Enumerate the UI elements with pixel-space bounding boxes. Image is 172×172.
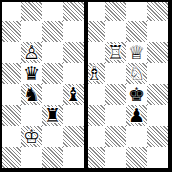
white-knight[interactable]: ♘: [128, 63, 145, 84]
square-c3[interactable]: ♜: [42, 105, 63, 126]
square-a2[interactable]: [0, 126, 21, 147]
square-g7[interactable]: [126, 21, 147, 42]
square-d6[interactable]: [63, 42, 84, 63]
square-c1[interactable]: [42, 147, 63, 168]
square-a8[interactable]: [0, 0, 21, 21]
square-b6[interactable]: ♙: [21, 42, 42, 63]
black-knight[interactable]: ♞: [23, 84, 40, 105]
black-king[interactable]: ♚: [128, 84, 145, 105]
chess-board-diagram: ♙♖♕♛♗♘♞♝♚♜♟♔: [0, 0, 172, 172]
square-b7[interactable]: [21, 21, 42, 42]
board-frame-bottom: [0, 168, 172, 172]
black-bishop[interactable]: ♝: [65, 84, 82, 105]
white-bishop[interactable]: ♗: [86, 63, 103, 84]
black-queen[interactable]: ♛: [23, 63, 40, 84]
square-b4[interactable]: ♞: [21, 84, 42, 105]
white-rook[interactable]: ♖: [107, 42, 124, 63]
square-h3[interactable]: [147, 105, 168, 126]
black-pawn[interactable]: ♟: [128, 105, 145, 126]
square-a1[interactable]: [0, 147, 21, 168]
square-h8[interactable]: [147, 0, 168, 21]
square-a6[interactable]: [0, 42, 21, 63]
square-h6[interactable]: [147, 42, 168, 63]
square-h5[interactable]: [147, 63, 168, 84]
square-a4[interactable]: [0, 84, 21, 105]
square-c4[interactable]: [42, 84, 63, 105]
square-c7[interactable]: [42, 21, 63, 42]
square-g2[interactable]: [126, 126, 147, 147]
square-c2[interactable]: [42, 126, 63, 147]
square-d2[interactable]: [63, 126, 84, 147]
square-g6[interactable]: ♕: [126, 42, 147, 63]
square-b2[interactable]: ♔: [21, 126, 42, 147]
white-king[interactable]: ♔: [23, 126, 40, 147]
black-rook[interactable]: ♜: [44, 105, 61, 126]
square-b3[interactable]: [21, 105, 42, 126]
square-f7[interactable]: [105, 21, 126, 42]
square-c6[interactable]: [42, 42, 63, 63]
square-g8[interactable]: [126, 0, 147, 21]
square-a7[interactable]: [0, 21, 21, 42]
square-f1[interactable]: [105, 147, 126, 168]
square-f3[interactable]: [105, 105, 126, 126]
square-f6[interactable]: ♖: [105, 42, 126, 63]
square-d1[interactable]: [63, 147, 84, 168]
square-c8[interactable]: [42, 0, 63, 21]
square-d5[interactable]: [63, 63, 84, 84]
square-g5[interactable]: ♘: [126, 63, 147, 84]
square-d4[interactable]: ♝: [63, 84, 84, 105]
square-b1[interactable]: [21, 147, 42, 168]
square-f4[interactable]: [105, 84, 126, 105]
square-f8[interactable]: [105, 0, 126, 21]
white-queen[interactable]: ♕: [128, 42, 145, 63]
square-b8[interactable]: [21, 0, 42, 21]
square-d7[interactable]: [63, 21, 84, 42]
square-g1[interactable]: [126, 147, 147, 168]
square-h1[interactable]: [147, 147, 168, 168]
square-b5[interactable]: ♛: [21, 63, 42, 84]
square-h2[interactable]: [147, 126, 168, 147]
square-c5[interactable]: [42, 63, 63, 84]
square-g3[interactable]: ♟: [126, 105, 147, 126]
square-f5[interactable]: [105, 63, 126, 84]
white-pawn[interactable]: ♙: [23, 42, 40, 63]
square-d3[interactable]: [63, 105, 84, 126]
square-h7[interactable]: [147, 21, 168, 42]
square-g4[interactable]: ♚: [126, 84, 147, 105]
square-a5[interactable]: [0, 63, 21, 84]
square-h4[interactable]: [147, 84, 168, 105]
board-frame-left: [0, 0, 2, 172]
square-a3[interactable]: [0, 105, 21, 126]
board-frame-right: [168, 0, 172, 172]
board-center-divider-line: [84, 0, 88, 172]
square-f2[interactable]: [105, 126, 126, 147]
square-d8[interactable]: [63, 0, 84, 21]
